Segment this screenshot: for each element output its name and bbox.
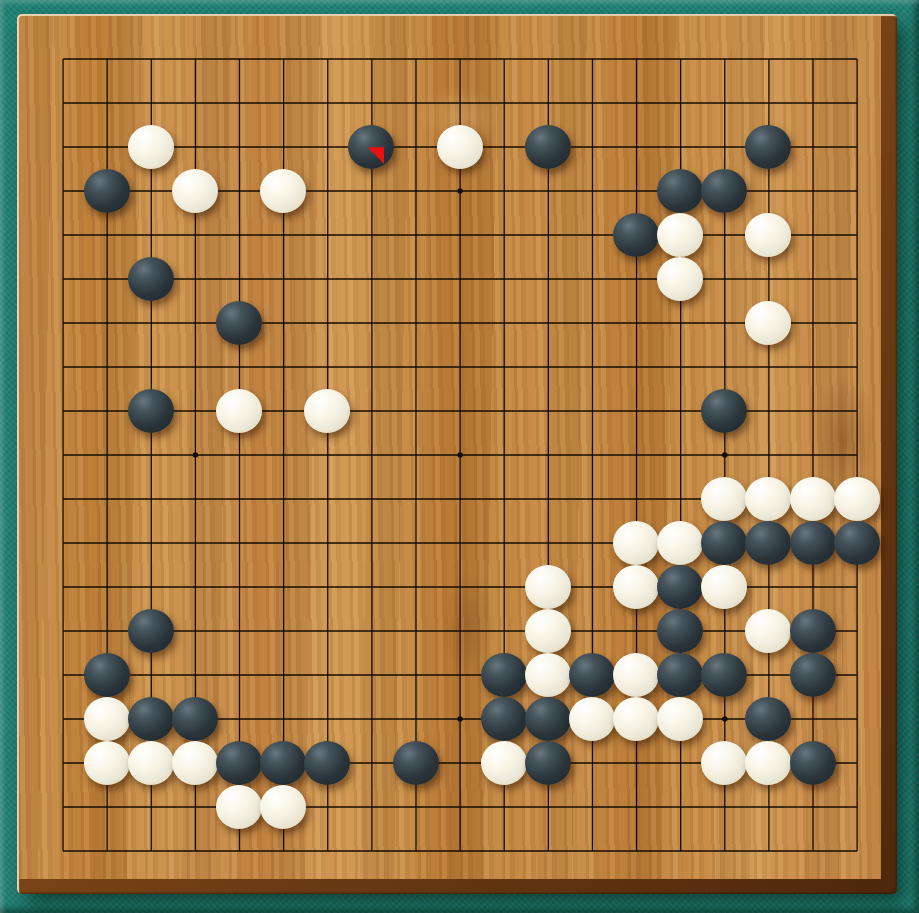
intersection[interactable]	[614, 433, 658, 477]
intersection[interactable]	[41, 37, 85, 81]
intersection[interactable]	[791, 565, 835, 609]
intersection[interactable]	[217, 213, 261, 257]
intersection[interactable]	[835, 81, 879, 125]
intersection[interactable]	[526, 741, 570, 785]
intersection[interactable]	[438, 301, 482, 345]
intersection[interactable]	[614, 81, 658, 125]
intersection[interactable]	[702, 697, 746, 741]
intersection[interactable]	[746, 741, 790, 785]
intersection[interactable]	[349, 257, 393, 301]
intersection[interactable]	[261, 609, 305, 653]
intersection[interactable]	[173, 741, 217, 785]
intersection[interactable]	[526, 81, 570, 125]
intersection[interactable]	[526, 653, 570, 697]
intersection[interactable]	[614, 125, 658, 169]
intersection[interactable]	[614, 301, 658, 345]
intersection[interactable]	[261, 37, 305, 81]
intersection[interactable]	[129, 257, 173, 301]
intersection[interactable]	[658, 565, 702, 609]
intersection[interactable]	[129, 213, 173, 257]
intersection[interactable]	[129, 125, 173, 169]
intersection[interactable]	[41, 257, 85, 301]
intersection[interactable]	[746, 829, 790, 873]
intersection[interactable]	[702, 37, 746, 81]
intersection[interactable]	[261, 697, 305, 741]
intersection[interactable]	[482, 37, 526, 81]
intersection[interactable]	[173, 81, 217, 125]
intersection[interactable]	[658, 741, 702, 785]
intersection[interactable]	[305, 477, 349, 521]
intersection[interactable]	[41, 521, 85, 565]
intersection[interactable]	[349, 213, 393, 257]
intersection[interactable]	[173, 345, 217, 389]
intersection[interactable]	[305, 125, 349, 169]
intersection[interactable]	[835, 213, 879, 257]
intersection[interactable]	[570, 829, 614, 873]
intersection[interactable]	[129, 609, 173, 653]
intersection[interactable]	[305, 257, 349, 301]
intersection[interactable]	[791, 785, 835, 829]
intersection[interactable]	[438, 609, 482, 653]
intersection[interactable]	[217, 81, 261, 125]
intersection[interactable]	[570, 433, 614, 477]
intersection[interactable]	[702, 389, 746, 433]
intersection[interactable]	[129, 301, 173, 345]
intersection[interactable]	[305, 565, 349, 609]
intersection[interactable]	[526, 433, 570, 477]
intersection[interactable]	[746, 653, 790, 697]
intersection[interactable]	[702, 521, 746, 565]
intersection[interactable]	[261, 477, 305, 521]
intersection[interactable]	[394, 609, 438, 653]
intersection[interactable]	[305, 169, 349, 213]
intersection[interactable]	[85, 125, 129, 169]
intersection[interactable]	[438, 389, 482, 433]
intersection[interactable]	[791, 653, 835, 697]
intersection[interactable]	[482, 829, 526, 873]
intersection[interactable]	[835, 521, 879, 565]
intersection[interactable]	[173, 477, 217, 521]
intersection[interactable]	[614, 345, 658, 389]
intersection[interactable]	[791, 477, 835, 521]
intersection[interactable]	[614, 829, 658, 873]
intersection[interactable]	[570, 653, 614, 697]
intersection[interactable]	[394, 829, 438, 873]
intersection[interactable]	[658, 609, 702, 653]
intersection[interactable]	[349, 37, 393, 81]
intersection[interactable]	[217, 301, 261, 345]
intersection[interactable]	[746, 477, 790, 521]
intersection[interactable]	[614, 565, 658, 609]
intersection[interactable]	[835, 609, 879, 653]
intersection[interactable]	[835, 477, 879, 521]
intersection[interactable]	[305, 433, 349, 477]
intersection[interactable]	[85, 653, 129, 697]
intersection[interactable]	[526, 565, 570, 609]
intersection[interactable]	[702, 345, 746, 389]
intersection[interactable]	[438, 257, 482, 301]
intersection[interactable]	[702, 213, 746, 257]
intersection[interactable]	[438, 169, 482, 213]
intersection[interactable]	[394, 213, 438, 257]
intersection[interactable]	[482, 301, 526, 345]
intersection[interactable]	[261, 785, 305, 829]
intersection[interactable]	[41, 433, 85, 477]
intersection[interactable]	[702, 169, 746, 213]
intersection[interactable]	[173, 829, 217, 873]
intersection[interactable]	[658, 433, 702, 477]
intersection[interactable]	[261, 213, 305, 257]
intersection[interactable]	[835, 697, 879, 741]
intersection[interactable]	[41, 697, 85, 741]
intersection[interactable]	[746, 521, 790, 565]
intersection[interactable]	[570, 785, 614, 829]
intersection[interactable]	[482, 653, 526, 697]
intersection[interactable]	[217, 697, 261, 741]
intersection[interactable]	[85, 389, 129, 433]
intersection[interactable]	[173, 257, 217, 301]
intersection[interactable]	[746, 169, 790, 213]
intersection[interactable]	[526, 37, 570, 81]
intersection[interactable]	[85, 609, 129, 653]
intersection[interactable]	[526, 125, 570, 169]
intersection[interactable]	[217, 829, 261, 873]
intersection[interactable]	[217, 741, 261, 785]
intersection[interactable]	[658, 37, 702, 81]
intersection[interactable]	[570, 37, 614, 81]
intersection[interactable]	[129, 653, 173, 697]
intersection[interactable]	[129, 741, 173, 785]
intersection[interactable]	[41, 785, 85, 829]
intersection[interactable]	[217, 565, 261, 609]
intersection[interactable]	[438, 829, 482, 873]
intersection[interactable]	[305, 345, 349, 389]
intersection[interactable]	[349, 785, 393, 829]
intersection[interactable]	[438, 565, 482, 609]
intersection[interactable]	[835, 829, 879, 873]
intersection[interactable]	[482, 81, 526, 125]
intersection[interactable]	[173, 37, 217, 81]
intersection[interactable]	[305, 697, 349, 741]
intersection[interactable]	[261, 521, 305, 565]
intersection[interactable]	[570, 301, 614, 345]
intersection[interactable]	[835, 301, 879, 345]
intersection[interactable]	[129, 521, 173, 565]
intersection[interactable]	[570, 81, 614, 125]
intersection[interactable]	[349, 169, 393, 213]
intersection[interactable]	[658, 389, 702, 433]
intersection[interactable]	[658, 785, 702, 829]
intersection[interactable]	[791, 609, 835, 653]
intersection[interactable]	[482, 477, 526, 521]
intersection[interactable]	[85, 741, 129, 785]
intersection[interactable]	[614, 741, 658, 785]
intersection[interactable]	[438, 741, 482, 785]
intersection[interactable]	[41, 829, 85, 873]
intersection[interactable]	[41, 301, 85, 345]
intersection[interactable]	[835, 169, 879, 213]
intersection[interactable]	[261, 345, 305, 389]
intersection[interactable]	[261, 653, 305, 697]
intersection[interactable]	[85, 213, 129, 257]
intersection[interactable]	[746, 301, 790, 345]
intersection[interactable]	[526, 257, 570, 301]
intersection[interactable]	[482, 257, 526, 301]
intersection[interactable]	[41, 213, 85, 257]
intersection[interactable]	[217, 653, 261, 697]
intersection[interactable]	[658, 697, 702, 741]
intersection[interactable]	[658, 213, 702, 257]
intersection[interactable]	[526, 301, 570, 345]
intersection[interactable]	[305, 741, 349, 785]
intersection[interactable]	[746, 37, 790, 81]
intersection[interactable]	[217, 389, 261, 433]
intersection[interactable]	[614, 521, 658, 565]
intersection[interactable]	[570, 565, 614, 609]
intersection[interactable]	[305, 653, 349, 697]
intersection[interactable]	[438, 433, 482, 477]
intersection[interactable]	[746, 433, 790, 477]
intersection[interactable]	[746, 389, 790, 433]
intersection[interactable]	[791, 37, 835, 81]
intersection[interactable]	[614, 37, 658, 81]
intersection[interactable]	[85, 169, 129, 213]
intersection[interactable]	[658, 345, 702, 389]
intersection[interactable]	[217, 257, 261, 301]
intersection[interactable]	[394, 257, 438, 301]
intersection[interactable]	[658, 653, 702, 697]
intersection[interactable]	[349, 477, 393, 521]
intersection[interactable]	[614, 257, 658, 301]
intersection[interactable]	[305, 37, 349, 81]
intersection[interactable]	[173, 565, 217, 609]
intersection[interactable]	[394, 125, 438, 169]
intersection[interactable]	[791, 433, 835, 477]
intersection[interactable]	[614, 785, 658, 829]
intersection[interactable]	[394, 741, 438, 785]
intersection[interactable]	[85, 81, 129, 125]
intersection[interactable]	[305, 609, 349, 653]
intersection[interactable]	[41, 125, 85, 169]
intersection[interactable]	[305, 213, 349, 257]
intersection[interactable]	[41, 565, 85, 609]
intersection[interactable]	[835, 433, 879, 477]
intersection[interactable]	[482, 433, 526, 477]
intersection[interactable]	[261, 829, 305, 873]
intersection[interactable]	[129, 433, 173, 477]
intersection[interactable]	[702, 829, 746, 873]
intersection[interactable]	[570, 213, 614, 257]
intersection[interactable]	[129, 81, 173, 125]
intersection[interactable]	[217, 477, 261, 521]
intersection[interactable]	[305, 521, 349, 565]
intersection[interactable]	[614, 169, 658, 213]
intersection[interactable]	[835, 345, 879, 389]
intersection[interactable]	[658, 125, 702, 169]
intersection[interactable]	[482, 565, 526, 609]
intersection[interactable]	[173, 301, 217, 345]
intersection[interactable]	[438, 81, 482, 125]
intersection[interactable]	[41, 81, 85, 125]
intersection[interactable]	[129, 37, 173, 81]
intersection[interactable]	[438, 477, 482, 521]
intersection[interactable]	[482, 213, 526, 257]
intersection[interactable]	[614, 609, 658, 653]
intersection[interactable]	[658, 301, 702, 345]
intersection[interactable]	[261, 433, 305, 477]
intersection[interactable]	[305, 81, 349, 125]
intersection[interactable]	[438, 125, 482, 169]
intersection[interactable]	[394, 565, 438, 609]
intersection[interactable]	[217, 169, 261, 213]
intersection[interactable]	[173, 433, 217, 477]
intersection[interactable]	[702, 565, 746, 609]
intersection[interactable]	[41, 389, 85, 433]
intersection[interactable]	[835, 741, 879, 785]
intersection[interactable]	[746, 565, 790, 609]
intersection[interactable]	[526, 521, 570, 565]
intersection[interactable]	[394, 477, 438, 521]
intersection[interactable]	[85, 477, 129, 521]
intersection[interactable]	[173, 785, 217, 829]
intersection[interactable]	[129, 785, 173, 829]
intersection[interactable]	[482, 697, 526, 741]
intersection[interactable]	[349, 565, 393, 609]
intersection[interactable]	[526, 829, 570, 873]
intersection[interactable]	[85, 565, 129, 609]
intersection[interactable]	[217, 37, 261, 81]
intersection[interactable]	[614, 389, 658, 433]
intersection[interactable]	[570, 125, 614, 169]
intersection[interactable]	[702, 477, 746, 521]
intersection[interactable]	[261, 389, 305, 433]
intersection[interactable]	[614, 653, 658, 697]
intersection[interactable]	[173, 389, 217, 433]
intersection[interactable]	[305, 829, 349, 873]
intersection[interactable]	[835, 389, 879, 433]
intersection[interactable]	[746, 213, 790, 257]
intersection[interactable]	[129, 389, 173, 433]
intersection[interactable]	[526, 213, 570, 257]
intersection[interactable]	[658, 257, 702, 301]
intersection[interactable]	[835, 37, 879, 81]
intersection[interactable]	[835, 565, 879, 609]
intersection[interactable]	[173, 169, 217, 213]
intersection[interactable]	[482, 125, 526, 169]
intersection[interactable]	[173, 653, 217, 697]
intersection[interactable]	[85, 301, 129, 345]
intersection[interactable]	[41, 653, 85, 697]
intersection[interactable]	[570, 477, 614, 521]
intersection[interactable]	[791, 81, 835, 125]
intersection[interactable]	[482, 609, 526, 653]
intersection[interactable]	[173, 125, 217, 169]
intersection[interactable]	[394, 389, 438, 433]
intersection[interactable]	[526, 345, 570, 389]
intersection[interactable]	[746, 125, 790, 169]
intersection[interactable]	[570, 345, 614, 389]
intersection[interactable]	[526, 697, 570, 741]
intersection[interactable]	[394, 433, 438, 477]
intersection[interactable]	[261, 301, 305, 345]
intersection[interactable]	[526, 169, 570, 213]
intersection[interactable]	[658, 521, 702, 565]
intersection[interactable]	[746, 697, 790, 741]
intersection[interactable]	[85, 257, 129, 301]
intersection[interactable]	[261, 257, 305, 301]
intersection[interactable]	[482, 785, 526, 829]
intersection[interactable]	[85, 829, 129, 873]
intersection[interactable]	[85, 521, 129, 565]
intersection[interactable]	[526, 389, 570, 433]
intersection[interactable]	[438, 785, 482, 829]
intersection[interactable]	[305, 785, 349, 829]
intersection[interactable]	[305, 389, 349, 433]
intersection[interactable]	[394, 653, 438, 697]
intersection[interactable]	[482, 741, 526, 785]
intersection[interactable]	[349, 345, 393, 389]
intersection[interactable]	[438, 521, 482, 565]
intersection[interactable]	[173, 609, 217, 653]
intersection[interactable]	[349, 741, 393, 785]
intersection[interactable]	[261, 81, 305, 125]
intersection[interactable]	[614, 213, 658, 257]
intersection[interactable]	[570, 697, 614, 741]
intersection[interactable]	[349, 521, 393, 565]
intersection[interactable]	[791, 213, 835, 257]
intersection[interactable]	[349, 433, 393, 477]
intersection[interactable]	[85, 785, 129, 829]
intersection[interactable]	[438, 697, 482, 741]
intersection[interactable]	[702, 433, 746, 477]
intersection[interactable]	[217, 125, 261, 169]
intersection[interactable]	[526, 785, 570, 829]
intersection[interactable]	[129, 169, 173, 213]
intersection[interactable]	[394, 169, 438, 213]
intersection[interactable]	[129, 345, 173, 389]
intersection[interactable]	[173, 213, 217, 257]
intersection[interactable]	[394, 81, 438, 125]
intersection[interactable]	[438, 37, 482, 81]
intersection[interactable]	[85, 37, 129, 81]
intersection[interactable]	[702, 653, 746, 697]
intersection[interactable]	[702, 609, 746, 653]
intersection[interactable]	[746, 81, 790, 125]
intersection[interactable]	[438, 345, 482, 389]
intersection[interactable]	[791, 829, 835, 873]
intersection[interactable]	[702, 301, 746, 345]
intersection[interactable]	[570, 741, 614, 785]
intersection[interactable]	[746, 785, 790, 829]
intersection[interactable]	[482, 345, 526, 389]
intersection[interactable]	[349, 389, 393, 433]
intersection[interactable]	[482, 389, 526, 433]
intersection[interactable]	[746, 257, 790, 301]
intersection[interactable]	[394, 521, 438, 565]
intersection[interactable]	[791, 741, 835, 785]
intersection[interactable]	[570, 609, 614, 653]
intersection[interactable]	[261, 169, 305, 213]
intersection[interactable]	[570, 257, 614, 301]
intersection[interactable]	[791, 257, 835, 301]
intersection[interactable]	[394, 785, 438, 829]
intersection[interactable]	[570, 389, 614, 433]
intersection[interactable]	[570, 169, 614, 213]
intersection[interactable]	[217, 609, 261, 653]
intersection[interactable]	[305, 301, 349, 345]
intersection[interactable]	[129, 829, 173, 873]
intersection[interactable]	[394, 37, 438, 81]
